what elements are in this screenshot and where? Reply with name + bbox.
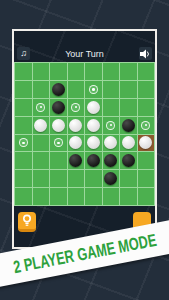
board-cell[interactable]	[68, 188, 85, 205]
board-cell[interactable]	[103, 81, 120, 98]
board-cell[interactable]	[15, 63, 32, 80]
board-cell[interactable]	[50, 152, 67, 169]
board-cell[interactable]	[120, 135, 137, 152]
board-cell[interactable]	[15, 170, 32, 187]
board-cell[interactable]	[15, 99, 32, 116]
board-cell[interactable]	[85, 63, 102, 80]
board-cell[interactable]	[68, 63, 85, 80]
board-cell[interactable]	[138, 81, 155, 98]
black-disc	[52, 101, 65, 114]
board-cell[interactable]	[68, 170, 85, 187]
board-cell[interactable]	[68, 152, 85, 169]
white-disc	[34, 119, 47, 132]
board-cell[interactable]	[120, 170, 137, 187]
board-cell[interactable]	[120, 99, 137, 116]
board-cell[interactable]	[33, 81, 50, 98]
white-disc	[69, 119, 82, 132]
board-cell[interactable]	[103, 188, 120, 205]
speaker-icon	[140, 49, 151, 59]
board-cell[interactable]	[15, 152, 32, 169]
legal-move-hint-dot	[36, 103, 45, 112]
board-cell[interactable]	[68, 99, 85, 116]
board-cell[interactable]	[33, 135, 50, 152]
board-cell[interactable]	[138, 170, 155, 187]
board-cell[interactable]	[120, 63, 137, 80]
board-cell[interactable]	[138, 135, 155, 152]
white-disc	[52, 119, 65, 132]
legal-move-hint-dot	[19, 138, 28, 147]
white-disc	[139, 136, 152, 149]
board-cell[interactable]	[50, 63, 67, 80]
board-cell[interactable]	[50, 170, 67, 187]
legal-move-hint-dot	[71, 103, 80, 112]
black-disc	[104, 172, 117, 185]
board-cell[interactable]	[138, 152, 155, 169]
header-bar: ♫ Your Turn	[14, 31, 155, 62]
board-cell[interactable]	[50, 135, 67, 152]
black-disc	[69, 154, 82, 167]
white-disc	[69, 136, 82, 149]
black-disc	[122, 154, 135, 167]
board-cell[interactable]	[138, 99, 155, 116]
board-cell[interactable]	[15, 81, 32, 98]
white-disc	[87, 136, 100, 149]
board-cell[interactable]	[120, 117, 137, 134]
board-cell[interactable]	[33, 63, 50, 80]
board-cell[interactable]	[68, 81, 85, 98]
board-cell[interactable]	[103, 152, 120, 169]
board-cell[interactable]	[33, 99, 50, 116]
music-note-icon: ♫	[20, 49, 27, 58]
board-cell[interactable]	[50, 117, 67, 134]
board-cell[interactable]	[85, 152, 102, 169]
legal-move-hint-dot	[141, 121, 150, 130]
legal-move-hint-dot	[89, 85, 98, 94]
board-cell[interactable]	[33, 170, 50, 187]
board-cell[interactable]	[15, 188, 32, 205]
black-disc	[122, 119, 135, 132]
board-cell[interactable]	[68, 135, 85, 152]
legal-move-hint-dot	[106, 121, 115, 130]
lightbulb-icon	[21, 214, 33, 227]
board-cell[interactable]	[138, 117, 155, 134]
status-text: Your Turn	[30, 49, 139, 60]
music-button[interactable]: ♫	[17, 47, 30, 60]
board-cell[interactable]	[85, 135, 102, 152]
app-screen: ♫ Your Turn 2 PLAYER GAME MODE	[0, 0, 169, 300]
board-cell[interactable]	[50, 188, 67, 205]
board-cell[interactable]	[85, 170, 102, 187]
board-cell[interactable]	[50, 81, 67, 98]
white-disc	[87, 101, 100, 114]
board-cell[interactable]	[103, 135, 120, 152]
board-cell[interactable]	[120, 188, 137, 205]
board-cell[interactable]	[33, 188, 50, 205]
sound-button[interactable]	[139, 47, 152, 60]
black-disc	[52, 83, 65, 96]
board-cell[interactable]	[103, 170, 120, 187]
board-cell[interactable]	[33, 152, 50, 169]
board-cell[interactable]	[103, 117, 120, 134]
board-cell[interactable]	[50, 99, 67, 116]
hint-button[interactable]	[18, 212, 36, 232]
board-cell[interactable]	[103, 99, 120, 116]
game-board	[14, 62, 155, 206]
board-cell[interactable]	[15, 117, 32, 134]
white-disc	[122, 136, 135, 149]
black-disc	[104, 154, 117, 167]
board-cell[interactable]	[85, 81, 102, 98]
board-cell[interactable]	[33, 117, 50, 134]
board-cell[interactable]	[85, 188, 102, 205]
board-cell[interactable]	[85, 117, 102, 134]
white-disc	[104, 136, 117, 149]
black-disc	[87, 154, 100, 167]
board-cell[interactable]	[15, 135, 32, 152]
board-cell[interactable]	[85, 99, 102, 116]
board-cell[interactable]	[120, 152, 137, 169]
board-cell[interactable]	[103, 63, 120, 80]
board-cell[interactable]	[138, 188, 155, 205]
white-disc	[87, 119, 100, 132]
legal-move-hint-dot	[54, 138, 63, 147]
board-cell[interactable]	[138, 63, 155, 80]
board-cell[interactable]	[120, 81, 137, 98]
game-frame: ♫ Your Turn	[12, 29, 157, 249]
board-cell[interactable]	[68, 117, 85, 134]
